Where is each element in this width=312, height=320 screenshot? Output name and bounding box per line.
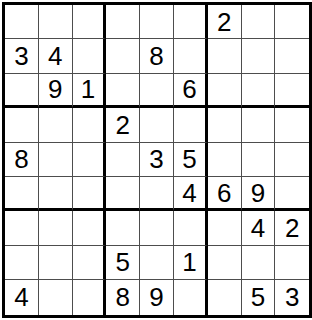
cell-r1c2[interactable] <box>39 5 73 39</box>
cell-r7c7[interactable] <box>208 211 242 245</box>
cell-r2c9[interactable] <box>275 39 309 73</box>
cell-r7c8[interactable]: 4 <box>242 211 276 245</box>
cell-r4c1[interactable] <box>5 108 39 142</box>
cell-r4c5[interactable] <box>140 108 174 142</box>
cell-r1c4[interactable] <box>106 5 140 39</box>
cell-r1c1[interactable] <box>5 5 39 39</box>
cell-r9c7[interactable] <box>208 280 242 314</box>
cell-r9c8[interactable]: 5 <box>242 280 276 314</box>
cell-r2c6[interactable] <box>174 39 208 73</box>
cell-r2c4[interactable] <box>106 39 140 73</box>
cell-r6c8[interactable]: 9 <box>242 177 276 211</box>
cell-r7c3[interactable] <box>73 211 107 245</box>
cell-r8c5[interactable] <box>140 246 174 280</box>
cell-r6c1[interactable] <box>5 177 39 211</box>
cell-r6c6[interactable]: 4 <box>174 177 208 211</box>
cell-r9c1[interactable]: 4 <box>5 280 39 314</box>
cell-r7c1[interactable] <box>5 211 39 245</box>
cell-r3c4[interactable] <box>106 74 140 108</box>
cell-r1c3[interactable] <box>73 5 107 39</box>
cell-r9c9[interactable]: 3 <box>275 280 309 314</box>
cell-r4c7[interactable] <box>208 108 242 142</box>
cell-r8c4[interactable]: 5 <box>106 246 140 280</box>
cell-r8c3[interactable] <box>73 246 107 280</box>
cell-r7c4[interactable] <box>106 211 140 245</box>
cell-r2c3[interactable] <box>73 39 107 73</box>
cell-r3c3[interactable]: 1 <box>73 74 107 108</box>
cell-r2c1[interactable]: 3 <box>5 39 39 73</box>
cell-r8c9[interactable] <box>275 246 309 280</box>
cell-r1c7[interactable]: 2 <box>208 5 242 39</box>
cell-r6c2[interactable] <box>39 177 73 211</box>
cell-r3c7[interactable] <box>208 74 242 108</box>
cell-r5c4[interactable] <box>106 143 140 177</box>
cell-r5c3[interactable] <box>73 143 107 177</box>
cell-r3c8[interactable] <box>242 74 276 108</box>
cell-r6c5[interactable] <box>140 177 174 211</box>
cell-r4c4[interactable]: 2 <box>106 108 140 142</box>
cell-r1c6[interactable] <box>174 5 208 39</box>
page: 23489162835469425148953 <box>0 0 312 320</box>
cell-r4c3[interactable] <box>73 108 107 142</box>
cell-r6c4[interactable] <box>106 177 140 211</box>
cell-r3c5[interactable] <box>140 74 174 108</box>
cell-r7c6[interactable] <box>174 211 208 245</box>
cell-r5c8[interactable] <box>242 143 276 177</box>
cell-r5c6[interactable]: 5 <box>174 143 208 177</box>
cell-r2c8[interactable] <box>242 39 276 73</box>
cell-r6c9[interactable] <box>275 177 309 211</box>
cell-r9c5[interactable]: 9 <box>140 280 174 314</box>
cell-r7c5[interactable] <box>140 211 174 245</box>
cell-r9c4[interactable]: 8 <box>106 280 140 314</box>
cell-r3c9[interactable] <box>275 74 309 108</box>
cell-r9c6[interactable] <box>174 280 208 314</box>
cell-r3c2[interactable]: 9 <box>39 74 73 108</box>
cell-r8c1[interactable] <box>5 246 39 280</box>
cell-r9c2[interactable] <box>39 280 73 314</box>
cell-r2c2[interactable]: 4 <box>39 39 73 73</box>
cell-r5c2[interactable] <box>39 143 73 177</box>
cell-r6c3[interactable] <box>73 177 107 211</box>
cell-r8c7[interactable] <box>208 246 242 280</box>
cell-r4c9[interactable] <box>275 108 309 142</box>
cell-r3c6[interactable]: 6 <box>174 74 208 108</box>
cell-r8c8[interactable] <box>242 246 276 280</box>
sudoku-board: 23489162835469425148953 <box>2 2 312 318</box>
cell-r7c2[interactable] <box>39 211 73 245</box>
cell-r8c2[interactable] <box>39 246 73 280</box>
cell-r5c9[interactable] <box>275 143 309 177</box>
cell-r4c6[interactable] <box>174 108 208 142</box>
cell-r5c1[interactable]: 8 <box>5 143 39 177</box>
cell-r2c7[interactable] <box>208 39 242 73</box>
cell-r8c6[interactable]: 1 <box>174 246 208 280</box>
cell-r9c3[interactable] <box>73 280 107 314</box>
cell-r5c5[interactable]: 3 <box>140 143 174 177</box>
cell-r3c1[interactable] <box>5 74 39 108</box>
cell-r1c8[interactable] <box>242 5 276 39</box>
cell-r6c7[interactable]: 6 <box>208 177 242 211</box>
cell-r5c7[interactable] <box>208 143 242 177</box>
cell-r1c5[interactable] <box>140 5 174 39</box>
cell-r4c8[interactable] <box>242 108 276 142</box>
cell-r1c9[interactable] <box>275 5 309 39</box>
cell-r4c2[interactable] <box>39 108 73 142</box>
cell-r2c5[interactable]: 8 <box>140 39 174 73</box>
cell-r7c9[interactable]: 2 <box>275 211 309 245</box>
